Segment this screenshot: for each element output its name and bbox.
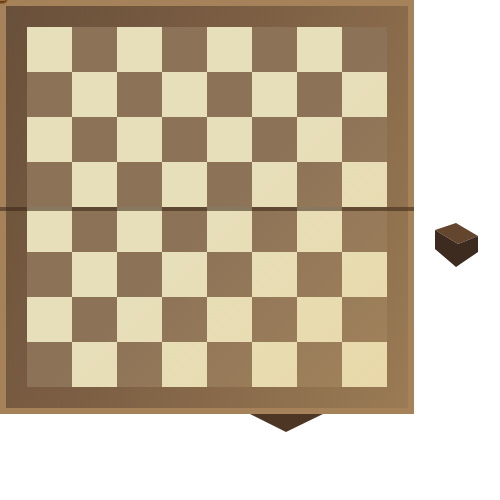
board-square — [162, 117, 207, 162]
board-square — [72, 297, 117, 342]
board-square — [207, 297, 252, 342]
board-square — [207, 342, 252, 387]
board-hinge-seam — [0, 207, 414, 211]
board-square — [117, 27, 162, 72]
board-square — [252, 162, 297, 207]
board-square — [162, 252, 207, 297]
board-square — [252, 207, 297, 252]
chess-box-photo: ♜♞♝♛♚♝♞♜♟♟♟♟♟♟♟♟♟♟♟♟♟♟♟♟♜♞♝♛♚♝♞♜ — [0, 0, 500, 500]
board-square — [162, 207, 207, 252]
board-square — [342, 72, 387, 117]
board-square — [252, 27, 297, 72]
board-square — [252, 297, 297, 342]
board-square — [252, 117, 297, 162]
board-square — [342, 342, 387, 387]
board-square — [162, 72, 207, 117]
board-square — [117, 117, 162, 162]
board-square — [27, 342, 72, 387]
board-square — [207, 207, 252, 252]
board-square — [117, 207, 162, 252]
board-square — [72, 252, 117, 297]
board-square — [252, 72, 297, 117]
board-square — [162, 27, 207, 72]
board-square — [27, 117, 72, 162]
board-square — [162, 342, 207, 387]
board-square — [117, 297, 162, 342]
board-square — [342, 117, 387, 162]
board-square — [297, 342, 342, 387]
board-square — [27, 27, 72, 72]
board-square — [27, 207, 72, 252]
board-square — [342, 252, 387, 297]
board-square — [252, 342, 297, 387]
board-square — [162, 162, 207, 207]
board-square — [252, 252, 297, 297]
board-square — [342, 162, 387, 207]
board-square — [72, 117, 117, 162]
board-square — [207, 162, 252, 207]
board-square — [297, 297, 342, 342]
board-square — [117, 342, 162, 387]
board-square — [297, 252, 342, 297]
board-square — [207, 72, 252, 117]
board-square — [297, 72, 342, 117]
board-square — [207, 27, 252, 72]
board-square — [297, 207, 342, 252]
board-square — [342, 297, 387, 342]
board-square — [207, 252, 252, 297]
board-square — [117, 72, 162, 117]
board-square — [342, 207, 387, 252]
chess-board — [0, 0, 414, 414]
board-square — [297, 162, 342, 207]
board-square — [72, 72, 117, 117]
board-square — [207, 117, 252, 162]
board-square — [27, 252, 72, 297]
board-square — [27, 162, 72, 207]
board-square — [27, 297, 72, 342]
board-square — [72, 207, 117, 252]
board-square — [27, 72, 72, 117]
board-square — [72, 27, 117, 72]
board-square — [297, 117, 342, 162]
board-square — [342, 27, 387, 72]
board-square — [72, 342, 117, 387]
board-square — [117, 252, 162, 297]
board-square — [297, 27, 342, 72]
board-square — [162, 297, 207, 342]
board-square — [117, 162, 162, 207]
board-square — [72, 162, 117, 207]
